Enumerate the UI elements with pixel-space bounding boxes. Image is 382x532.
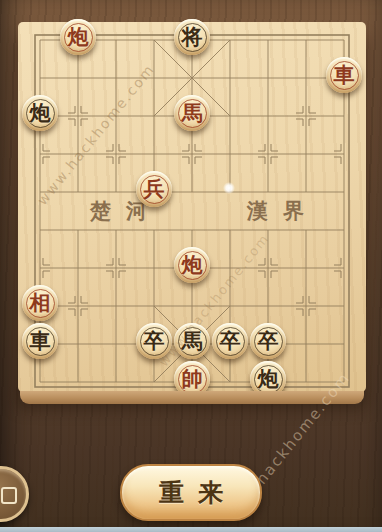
- piece-red-馬[interactable]: 馬: [174, 95, 210, 131]
- piece-glyph: 卒: [144, 327, 165, 355]
- piece-glyph: 炮: [182, 251, 203, 279]
- piece-glyph: 馬: [182, 327, 203, 355]
- piece-black-車[interactable]: 車: [22, 323, 58, 359]
- piece-glyph: 卒: [258, 327, 279, 355]
- piece-glyph: 炮: [68, 23, 89, 51]
- piece-black-炮[interactable]: 炮: [22, 95, 58, 131]
- piece-glyph: 炮: [30, 99, 51, 127]
- piece-glyph: 相: [30, 289, 51, 317]
- corner-button[interactable]: [0, 466, 29, 522]
- piece-glyph: 帥: [182, 365, 203, 393]
- river-label-right: 漢界: [247, 199, 319, 223]
- square-icon: [1, 487, 17, 504]
- piece-black-卒[interactable]: 卒: [250, 323, 286, 359]
- piece-red-炮[interactable]: 炮: [60, 19, 96, 55]
- piece-glyph: 車: [334, 61, 355, 89]
- piece-glyph: 卒: [220, 327, 241, 355]
- piece-red-相[interactable]: 相: [22, 285, 58, 321]
- piece-black-卒[interactable]: 卒: [212, 323, 248, 359]
- piece-glyph: 車: [30, 327, 51, 355]
- restart-button[interactable]: 重来: [120, 464, 262, 521]
- piece-black-将[interactable]: 将: [174, 19, 210, 55]
- sparkle-effect: [223, 182, 235, 194]
- restart-button-label: 重来: [145, 476, 237, 509]
- piece-red-炮[interactable]: 炮: [174, 247, 210, 283]
- piece-black-馬[interactable]: 馬: [174, 323, 210, 359]
- xiangqi-board[interactable]: 楚河 漢界 炮将車炮馬兵炮相車卒馬卒卒帥炮 www.hackhome.com w…: [18, 22, 366, 392]
- piece-glyph: 馬: [182, 99, 203, 127]
- piece-red-兵[interactable]: 兵: [136, 171, 172, 207]
- bottom-bar: [0, 527, 382, 532]
- piece-glyph: 炮: [258, 365, 279, 393]
- game-screen: 楚河 漢界 炮将車炮馬兵炮相車卒馬卒卒帥炮 www.hackhome.com w…: [0, 0, 382, 532]
- piece-glyph: 将: [182, 23, 203, 51]
- piece-glyph: 兵: [144, 175, 165, 203]
- board-edge: [20, 391, 364, 404]
- piece-black-卒[interactable]: 卒: [136, 323, 172, 359]
- piece-red-車[interactable]: 車: [326, 57, 362, 93]
